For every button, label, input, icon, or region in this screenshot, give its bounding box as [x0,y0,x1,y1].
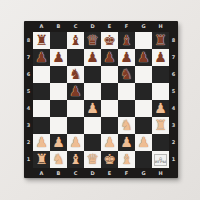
rank-label-left-7: 7 [24,49,33,66]
frame-corner-bottom-right [169,168,178,178]
white-pawn[interactable]: ♟ [86,100,99,117]
square-c1[interactable]: ♝ [67,151,84,168]
square-h7[interactable]: ♟ [152,49,169,66]
square-f1[interactable]: ♝ [118,151,135,168]
square-b8[interactable] [50,32,67,49]
square-a2[interactable]: ♟ [33,134,50,151]
square-g5[interactable] [135,83,152,100]
square-f3[interactable]: ♞ [118,117,135,134]
square-c3[interactable] [67,117,84,134]
rank-label-left-5: 5 [24,83,33,100]
rank-label-right-2: 2 [169,134,178,151]
white-knight[interactable]: ♞ [120,117,133,134]
file-label-bottom-e: E [101,168,118,178]
square-b2[interactable]: ♟ [50,134,67,151]
rank-label-right-7: 7 [169,49,178,66]
black-pawn[interactable]: ♟ [137,49,150,66]
white-pawn[interactable]: ♟ [154,100,167,117]
rank-label-right-5: 5 [169,83,178,100]
stamp-text: ИГРЫ [155,160,166,164]
square-a1[interactable]: ♜ [33,151,50,168]
square-e4[interactable] [101,100,118,117]
square-h4[interactable]: ♟ [152,100,169,117]
rank-label-left-4: 4 [24,100,33,117]
black-pawn[interactable]: ♟ [69,83,82,100]
black-knight[interactable]: ♞ [120,66,133,83]
square-d7[interactable]: ♟ [84,49,101,66]
demonstration-chess-board: ABCDEFGH8♜♝♛♚♝♜87♟♟♟♟♟♟♟76♞♞65♟54♟♟43♞♜3… [24,21,178,178]
black-rook[interactable]: ♜ [35,32,48,49]
black-king[interactable]: ♚ [103,32,116,49]
black-pawn[interactable]: ♟ [120,49,133,66]
white-knight[interactable]: ♞ [52,151,65,168]
rank-label-left-2: 2 [24,134,33,151]
file-label-top-e: E [101,21,118,32]
rank-label-right-1: 1 [169,151,178,168]
file-label-bottom-c: C [67,168,84,178]
square-e6[interactable] [101,66,118,83]
square-b1[interactable]: ♞ [50,151,67,168]
rank-label-left-1: 1 [24,151,33,168]
square-g4[interactable] [135,100,152,117]
rank-label-right-4: 4 [169,100,178,117]
square-e8[interactable]: ♚ [101,32,118,49]
square-d1[interactable]: ♛ [84,151,101,168]
square-c8[interactable]: ♝ [67,32,84,49]
file-label-bottom-h: H [152,168,169,178]
black-rook[interactable]: ♜ [154,32,167,49]
file-label-bottom-f: F [118,168,135,178]
square-g6[interactable] [135,66,152,83]
square-a3[interactable] [33,117,50,134]
rank-label-left-6: 6 [24,66,33,83]
file-label-top-d: D [84,21,101,32]
square-a7[interactable]: ♟ [33,49,50,66]
file-label-top-c: C [67,21,84,32]
black-bishop[interactable]: ♝ [120,32,133,49]
square-h5[interactable] [152,83,169,100]
file-label-bottom-d: D [84,168,101,178]
square-b5[interactable] [50,83,67,100]
file-label-bottom-b: B [50,168,67,178]
white-bishop[interactable]: ♝ [120,151,133,168]
square-a8[interactable]: ♜ [33,32,50,49]
white-queen[interactable]: ♛ [86,151,99,168]
square-g8[interactable] [135,32,152,49]
square-h2[interactable] [152,134,169,151]
square-b3[interactable] [50,117,67,134]
square-h6[interactable] [152,66,169,83]
square-a5[interactable] [33,83,50,100]
file-label-bottom-g: G [135,168,152,178]
rank-label-right-3: 3 [169,117,178,134]
square-a6[interactable] [33,66,50,83]
black-pawn[interactable]: ♟ [103,49,116,66]
white-king[interactable]: ♚ [103,151,116,168]
square-h3[interactable]: ♜ [152,117,169,134]
white-pawn[interactable]: ♟ [103,134,116,151]
square-e2[interactable]: ♟ [101,134,118,151]
white-pawn[interactable]: ♟ [69,134,82,151]
square-d3[interactable] [84,117,101,134]
square-g3[interactable] [135,117,152,134]
square-c2[interactable]: ♟ [67,134,84,151]
photo-background: ABCDEFGH8♜♝♛♚♝♜87♟♟♟♟♟♟♟76♞♞65♟54♟♟43♞♜3… [0,0,200,200]
file-label-top-f: F [118,21,135,32]
black-pawn[interactable]: ♟ [154,49,167,66]
rank-label-left-3: 3 [24,117,33,134]
rank-label-right-8: 8 [169,32,178,49]
square-e3[interactable] [101,117,118,134]
square-b6[interactable] [50,66,67,83]
square-e1[interactable]: ♚ [101,151,118,168]
file-label-top-g: G [135,21,152,32]
square-c5[interactable]: ♟ [67,83,84,100]
white-pawn[interactable]: ♟ [120,134,133,151]
black-pawn[interactable]: ♟ [52,49,65,66]
file-label-top-h: H [152,21,169,32]
square-a4[interactable] [33,100,50,117]
square-h1[interactable]: ⌂ИГРЫ [152,151,169,168]
file-label-bottom-a: A [33,168,50,178]
square-f8[interactable]: ♝ [118,32,135,49]
square-h8[interactable]: ♜ [152,32,169,49]
black-bishop[interactable]: ♝ [69,32,82,49]
square-b7[interactable]: ♟ [50,49,67,66]
square-d8[interactable]: ♛ [84,32,101,49]
square-g7[interactable]: ♟ [135,49,152,66]
square-c7[interactable] [67,49,84,66]
frame-corner-bottom-left [24,168,33,178]
square-e7[interactable]: ♟ [101,49,118,66]
black-pawn[interactable]: ♟ [35,49,48,66]
black-pawn[interactable]: ♟ [86,49,99,66]
white-pawn[interactable]: ♟ [52,134,65,151]
white-rook[interactable]: ♜ [154,117,167,134]
square-d4[interactable]: ♟ [84,100,101,117]
white-pawn[interactable]: ♟ [137,134,150,151]
frame-corner-top-right [169,21,178,32]
square-d2[interactable] [84,134,101,151]
square-c4[interactable] [67,100,84,117]
black-knight[interactable]: ♞ [69,66,82,83]
frame-corner-top-left [24,21,33,32]
square-e5[interactable] [101,83,118,100]
manufacturer-stamp: ⌂ИГРЫ [154,154,167,166]
square-f5[interactable] [118,83,135,100]
square-f6[interactable]: ♞ [118,66,135,83]
square-d6[interactable] [84,66,101,83]
square-f7[interactable]: ♟ [118,49,135,66]
square-d5[interactable] [84,83,101,100]
square-g2[interactable]: ♟ [135,134,152,151]
square-b4[interactable] [50,100,67,117]
white-bishop[interactable]: ♝ [69,151,82,168]
black-queen[interactable]: ♛ [86,32,99,49]
white-rook[interactable]: ♜ [35,151,48,168]
square-g1[interactable] [135,151,152,168]
rank-label-left-8: 8 [24,32,33,49]
square-c6[interactable]: ♞ [67,66,84,83]
rank-label-right-6: 6 [169,66,178,83]
file-label-top-a: A [33,21,50,32]
square-f4[interactable] [118,100,135,117]
white-pawn[interactable]: ♟ [35,134,48,151]
square-f2[interactable]: ♟ [118,134,135,151]
file-label-top-b: B [50,21,67,32]
